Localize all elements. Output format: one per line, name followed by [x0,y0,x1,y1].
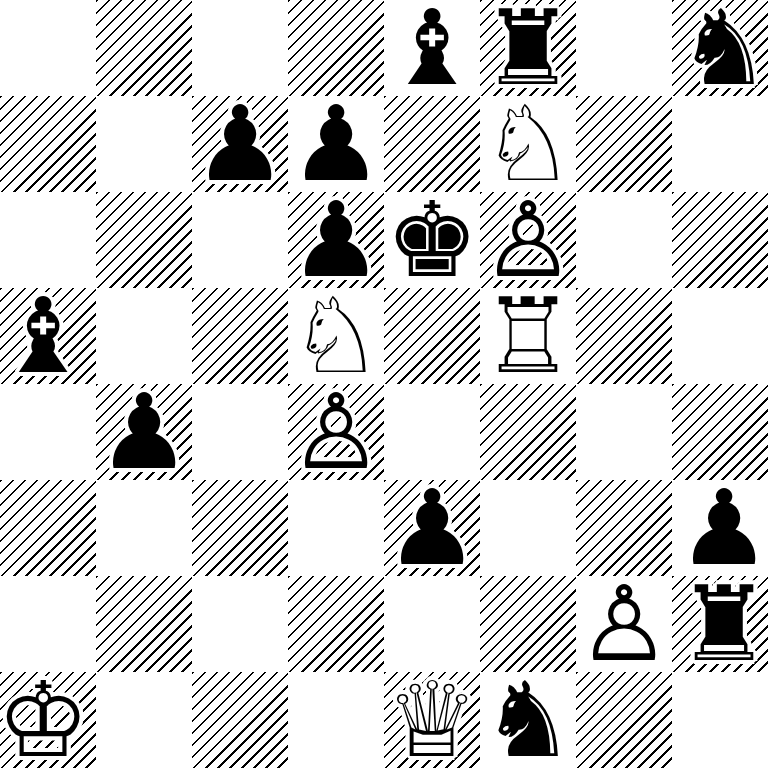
piece-white-pawn[interactable]: ♙ [577,576,670,672]
square-a3[interactable] [0,480,96,576]
square-g1[interactable] [576,672,672,768]
square-a6[interactable] [0,192,96,288]
piece-black-rook[interactable]: ♜ [677,576,768,672]
piece-white-pawn[interactable]: ♙ [289,384,382,480]
square-c5[interactable] [192,288,288,384]
square-b8[interactable] [96,0,192,96]
square-d7[interactable]: ♟ [288,96,384,192]
square-g4[interactable] [576,384,672,480]
square-d2[interactable] [288,576,384,672]
square-h5[interactable] [672,288,768,384]
square-e6[interactable]: ♚ [384,192,480,288]
piece-white-pawn[interactable]: ♙ [481,192,574,288]
square-a4[interactable] [0,384,96,480]
square-d4[interactable]: ♙ [288,384,384,480]
square-c6[interactable] [192,192,288,288]
square-d5[interactable]: ♘ [288,288,384,384]
square-a7[interactable] [0,96,96,192]
piece-black-king[interactable]: ♚ [385,192,478,288]
square-h7[interactable] [672,96,768,192]
square-e1[interactable]: ♕ [384,672,480,768]
square-a8[interactable] [0,0,96,96]
square-h6[interactable] [672,192,768,288]
piece-black-knight[interactable]: ♞ [481,672,574,768]
square-c3[interactable] [192,480,288,576]
square-c8[interactable] [192,0,288,96]
square-f8[interactable]: ♜ [480,0,576,96]
piece-black-pawn[interactable]: ♟ [385,480,478,576]
square-a1[interactable]: ♔ [0,672,96,768]
square-h2[interactable]: ♜ [672,576,768,672]
square-b3[interactable] [96,480,192,576]
square-b2[interactable] [96,576,192,672]
square-d3[interactable] [288,480,384,576]
square-g6[interactable] [576,192,672,288]
square-h1[interactable] [672,672,768,768]
square-e8[interactable]: ♝ [384,0,480,96]
piece-white-rook[interactable]: ♖ [481,288,574,384]
piece-white-knight[interactable]: ♘ [289,288,382,384]
square-c1[interactable] [192,672,288,768]
square-c2[interactable] [192,576,288,672]
piece-black-pawn[interactable]: ♟ [289,192,382,288]
piece-white-knight[interactable]: ♘ [481,96,574,192]
piece-black-bishop[interactable]: ♝ [385,0,478,96]
square-e2[interactable] [384,576,480,672]
square-c7[interactable]: ♟ [192,96,288,192]
piece-black-rook[interactable]: ♜ [481,0,574,96]
piece-black-pawn[interactable]: ♟ [289,96,382,192]
piece-black-pawn[interactable]: ♟ [677,480,768,576]
square-f1[interactable]: ♞ [480,672,576,768]
square-f6[interactable]: ♙ [480,192,576,288]
square-a5[interactable]: ♝ [0,288,96,384]
square-e7[interactable] [384,96,480,192]
square-d1[interactable] [288,672,384,768]
square-e5[interactable] [384,288,480,384]
square-b6[interactable] [96,192,192,288]
piece-white-king[interactable]: ♔ [0,672,90,768]
square-g3[interactable] [576,480,672,576]
square-f4[interactable] [480,384,576,480]
square-d8[interactable] [288,0,384,96]
square-b5[interactable] [96,288,192,384]
square-g2[interactable]: ♙ [576,576,672,672]
square-h3[interactable]: ♟ [672,480,768,576]
square-g5[interactable] [576,288,672,384]
square-c4[interactable] [192,384,288,480]
piece-black-knight[interactable]: ♞ [677,0,768,96]
square-d6[interactable]: ♟ [288,192,384,288]
square-a2[interactable] [0,576,96,672]
chess-diagram: ♝♜♞♟♟♘♟♚♙♝♘♖♟♙♟♟♙♜♔♕♞ [0,0,768,768]
square-b1[interactable] [96,672,192,768]
square-g8[interactable] [576,0,672,96]
square-e4[interactable] [384,384,480,480]
piece-black-bishop[interactable]: ♝ [0,288,90,384]
piece-black-pawn[interactable]: ♟ [193,96,286,192]
square-g7[interactable] [576,96,672,192]
square-e3[interactable]: ♟ [384,480,480,576]
square-f3[interactable] [480,480,576,576]
square-h4[interactable] [672,384,768,480]
piece-black-pawn[interactable]: ♟ [97,384,190,480]
piece-white-queen[interactable]: ♕ [385,672,478,768]
square-b4[interactable]: ♟ [96,384,192,480]
square-f2[interactable] [480,576,576,672]
chess-board: ♝♜♞♟♟♘♟♚♙♝♘♖♟♙♟♟♙♜♔♕♞ [0,0,768,768]
square-f5[interactable]: ♖ [480,288,576,384]
square-h8[interactable]: ♞ [672,0,768,96]
square-b7[interactable] [96,96,192,192]
square-f7[interactable]: ♘ [480,96,576,192]
